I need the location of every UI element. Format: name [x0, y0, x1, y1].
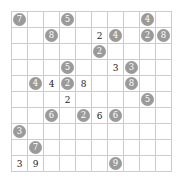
cell-r8c8[interactable]: [140, 140, 156, 156]
cell-r0c4[interactable]: [76, 12, 92, 28]
cell-r8c6[interactable]: [108, 140, 124, 156]
cell-r3c4[interactable]: [76, 60, 92, 76]
given-plain-number: 3: [113, 60, 119, 76]
given-ball-number: 6: [45, 109, 58, 122]
cell-r9c3[interactable]: [60, 156, 76, 172]
cell-r5c1[interactable]: [28, 92, 44, 108]
cell-r1c8[interactable]: 2: [140, 28, 156, 44]
cell-r9c9[interactable]: [156, 156, 172, 172]
given-ball-number: 6: [109, 109, 122, 122]
cell-r4c6[interactable]: [108, 76, 124, 92]
cell-r5c2[interactable]: [44, 92, 60, 108]
cell-r2c9[interactable]: [156, 44, 172, 60]
cell-r2c3[interactable]: [60, 44, 76, 60]
cell-r7c7[interactable]: [124, 124, 140, 140]
cell-r4c9[interactable]: [156, 76, 172, 92]
cell-r6c2[interactable]: 6: [44, 108, 60, 124]
given-ball-number: 2: [61, 77, 74, 90]
cell-r3c0[interactable]: [12, 60, 28, 76]
cell-r4c3[interactable]: 2: [60, 76, 76, 92]
cell-r9c8[interactable]: [140, 156, 156, 172]
cell-r5c3[interactable]: 2: [60, 92, 76, 108]
cell-r9c5[interactable]: [92, 156, 108, 172]
cell-r3c2[interactable]: [44, 60, 60, 76]
cell-r4c8[interactable]: [140, 76, 156, 92]
cell-r6c0[interactable]: [12, 108, 28, 124]
cell-r6c6[interactable]: 6: [108, 108, 124, 124]
cell-r9c1[interactable]: 9: [28, 156, 44, 172]
cell-r0c1[interactable]: [28, 12, 44, 28]
cell-r8c2[interactable]: [44, 140, 60, 156]
given-plain-number: 8: [81, 76, 87, 92]
cell-r4c1[interactable]: 4: [28, 76, 44, 92]
cell-r5c8[interactable]: 5: [140, 92, 156, 108]
cell-r3c5[interactable]: [92, 60, 108, 76]
cell-r5c5[interactable]: [92, 92, 108, 108]
cell-r3c6[interactable]: 3: [108, 60, 124, 76]
given-plain-number: 2: [97, 28, 103, 44]
given-plain-number: 9: [33, 156, 39, 172]
cell-r9c6[interactable]: 9: [108, 156, 124, 172]
cell-r8c1[interactable]: 7: [28, 140, 44, 156]
cell-r1c4[interactable]: [76, 28, 92, 44]
cell-r8c4[interactable]: [76, 140, 92, 156]
cell-r3c8[interactable]: [140, 60, 156, 76]
given-plain-number: 4: [49, 76, 55, 92]
cell-r0c0[interactable]: 7: [12, 12, 28, 28]
cell-r2c7[interactable]: [124, 44, 140, 60]
cell-r5c4[interactable]: [76, 92, 92, 108]
cell-r5c0[interactable]: [12, 92, 28, 108]
cell-r2c0[interactable]: [12, 44, 28, 60]
cell-r6c9[interactable]: [156, 108, 172, 124]
cell-r7c3[interactable]: [60, 124, 76, 140]
cell-r1c5[interactable]: 2: [92, 28, 108, 44]
cell-r2c5[interactable]: 2: [92, 44, 108, 60]
cell-r9c2[interactable]: [44, 156, 60, 172]
cell-r1c1[interactable]: [28, 28, 44, 44]
given-plain-number: 6: [97, 108, 103, 124]
cell-r9c4[interactable]: [76, 156, 92, 172]
given-ball-number: 5: [141, 93, 154, 106]
given-ball-number: 4: [141, 13, 154, 26]
cell-r9c7[interactable]: [124, 156, 140, 172]
cell-r0c3[interactable]: 5: [60, 12, 76, 28]
cell-r0c5[interactable]: [92, 12, 108, 28]
cell-r4c2[interactable]: 4: [44, 76, 60, 92]
given-ball-number: 8: [45, 29, 58, 42]
given-ball-number: 9: [109, 157, 122, 170]
cell-r8c3[interactable]: [60, 140, 76, 156]
given-ball-number: 2: [93, 45, 106, 58]
cell-r0c2[interactable]: [44, 12, 60, 28]
cell-r2c4[interactable]: [76, 44, 92, 60]
cell-r6c3[interactable]: [60, 108, 76, 124]
given-ball-number: 8: [125, 77, 138, 90]
cell-r2c8[interactable]: [140, 44, 156, 60]
given-ball-number: 7: [13, 13, 26, 26]
cell-r6c7[interactable]: [124, 108, 140, 124]
given-ball-number: 8: [157, 29, 170, 42]
given-ball-number: 2: [77, 109, 90, 122]
cell-r7c8[interactable]: [140, 124, 156, 140]
cell-r9c0[interactable]: 3: [12, 156, 28, 172]
cell-r1c3[interactable]: [60, 28, 76, 44]
given-plain-number: 2: [65, 92, 71, 108]
cell-r6c1[interactable]: [28, 108, 44, 124]
cell-r7c9[interactable]: [156, 124, 172, 140]
given-ball-number: 5: [61, 13, 74, 26]
cell-r5c9[interactable]: [156, 92, 172, 108]
cell-r7c4[interactable]: [76, 124, 92, 140]
cell-r0c9[interactable]: [156, 12, 172, 28]
cell-r0c6[interactable]: [108, 12, 124, 28]
cell-r3c9[interactable]: [156, 60, 172, 76]
cell-r1c6[interactable]: 4: [108, 28, 124, 44]
given-ball-number: 4: [109, 29, 122, 42]
cell-r3c3[interactable]: 5: [60, 60, 76, 76]
cell-r4c4[interactable]: 8: [76, 76, 92, 92]
cell-r8c7[interactable]: [124, 140, 140, 156]
cell-r1c9[interactable]: 8: [156, 28, 172, 44]
cell-r0c8[interactable]: 4: [140, 12, 156, 28]
cell-r2c2[interactable]: [44, 44, 60, 60]
cell-r6c5[interactable]: 6: [92, 108, 108, 124]
cell-r4c5[interactable]: [92, 76, 108, 92]
cell-r7c0[interactable]: 3: [12, 124, 28, 140]
cell-r4c7[interactable]: 8: [124, 76, 140, 92]
cell-r5c7[interactable]: [124, 92, 140, 108]
cell-r3c7[interactable]: 3: [124, 60, 140, 76]
cell-r8c9[interactable]: [156, 140, 172, 156]
cell-r8c5[interactable]: [92, 140, 108, 156]
cell-r0c7[interactable]: [124, 12, 140, 28]
cell-r1c2[interactable]: 8: [44, 28, 60, 44]
given-ball-number: 3: [125, 61, 138, 74]
given-plain-number: 3: [17, 156, 23, 172]
cell-r1c0[interactable]: [12, 28, 28, 44]
given-ball-number: 4: [29, 77, 42, 90]
cell-r1c7[interactable]: [124, 28, 140, 44]
cell-r6c8[interactable]: [140, 108, 156, 124]
puzzle-board: 7548242825334428825626637399: [11, 11, 172, 172]
cell-r2c1[interactable]: [28, 44, 44, 60]
cell-r3c1[interactable]: [28, 60, 44, 76]
cell-r6c4[interactable]: 2: [76, 108, 92, 124]
given-ball-number: 5: [61, 61, 74, 74]
cell-r5c6[interactable]: [108, 92, 124, 108]
cell-r7c6[interactable]: [108, 124, 124, 140]
cell-r7c2[interactable]: [44, 124, 60, 140]
cell-r2c6[interactable]: [108, 44, 124, 60]
cell-r7c5[interactable]: [92, 124, 108, 140]
cell-r4c0[interactable]: [12, 76, 28, 92]
given-ball-number: 2: [141, 29, 154, 42]
given-ball-number: 3: [13, 125, 26, 138]
given-ball-number: 7: [29, 141, 42, 154]
cell-r7c1[interactable]: [28, 124, 44, 140]
cell-r8c0[interactable]: [12, 140, 28, 156]
